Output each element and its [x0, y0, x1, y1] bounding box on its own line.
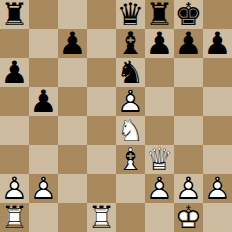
square-h6[interactable] [203, 58, 232, 87]
pawn-outline-glyph: ♙ [29, 174, 58, 203]
square-a4[interactable] [0, 116, 29, 145]
square-a5[interactable] [0, 87, 29, 116]
piece-white-rook[interactable]: ♜♖ [0, 203, 29, 232]
square-c3[interactable] [58, 145, 87, 174]
square-h5[interactable] [203, 87, 232, 116]
square-d1[interactable]: ♜♖ [87, 203, 116, 232]
square-b1[interactable] [29, 203, 58, 232]
square-f1[interactable] [145, 203, 174, 232]
square-e1[interactable] [116, 203, 145, 232]
square-c1[interactable] [58, 203, 87, 232]
square-f7[interactable]: ♟ [145, 29, 174, 58]
square-g5[interactable] [174, 87, 203, 116]
square-g7[interactable]: ♟ [174, 29, 203, 58]
chess-board: ♜♛♜♚♟♝♟♟♟♟♞♟♟♙♞♘♝♗♛♕♟♙♟♙♟♙♟♙♟♙♜♖♜♖♚♔ [0, 0, 232, 232]
king-outline-glyph: ♔ [174, 203, 203, 232]
square-d8[interactable] [87, 0, 116, 29]
square-b4[interactable] [29, 116, 58, 145]
square-c7[interactable]: ♟ [58, 29, 87, 58]
pawn-outline-glyph: ♙ [203, 174, 232, 203]
square-a8[interactable]: ♜ [0, 0, 29, 29]
square-d7[interactable] [87, 29, 116, 58]
piece-black-pawn[interactable]: ♟ [145, 29, 174, 58]
square-c4[interactable] [58, 116, 87, 145]
square-e3[interactable]: ♝♗ [116, 145, 145, 174]
square-b2[interactable]: ♟♙ [29, 174, 58, 203]
square-h2[interactable]: ♟♙ [203, 174, 232, 203]
square-c6[interactable] [58, 58, 87, 87]
square-d4[interactable] [87, 116, 116, 145]
piece-white-pawn[interactable]: ♟♙ [203, 174, 232, 203]
square-g1[interactable]: ♚♔ [174, 203, 203, 232]
square-h1[interactable] [203, 203, 232, 232]
square-d5[interactable] [87, 87, 116, 116]
piece-white-pawn[interactable]: ♟♙ [29, 174, 58, 203]
square-h7[interactable]: ♟ [203, 29, 232, 58]
square-a1[interactable]: ♜♖ [0, 203, 29, 232]
square-h4[interactable] [203, 116, 232, 145]
piece-white-pawn[interactable]: ♟♙ [145, 174, 174, 203]
piece-white-rook[interactable]: ♜♖ [87, 203, 116, 232]
square-a6[interactable]: ♟ [0, 58, 29, 87]
square-e2[interactable] [116, 174, 145, 203]
square-g6[interactable] [174, 58, 203, 87]
piece-white-king[interactable]: ♚♔ [174, 203, 203, 232]
piece-black-pawn[interactable]: ♟ [174, 29, 203, 58]
square-f5[interactable] [145, 87, 174, 116]
square-b7[interactable] [29, 29, 58, 58]
square-b5[interactable]: ♟ [29, 87, 58, 116]
bishop-outline-glyph: ♗ [116, 145, 145, 174]
square-b8[interactable] [29, 0, 58, 29]
piece-white-bishop[interactable]: ♝♗ [116, 145, 145, 174]
rook-outline-glyph: ♖ [0, 203, 29, 232]
square-d3[interactable] [87, 145, 116, 174]
piece-black-pawn[interactable]: ♟ [0, 58, 29, 87]
square-g4[interactable] [174, 116, 203, 145]
piece-black-pawn[interactable]: ♟ [29, 87, 58, 116]
rook-outline-glyph: ♖ [87, 203, 116, 232]
piece-black-pawn[interactable]: ♟ [203, 29, 232, 58]
square-f6[interactable] [145, 58, 174, 87]
square-f2[interactable]: ♟♙ [145, 174, 174, 203]
square-d6[interactable] [87, 58, 116, 87]
pawn-outline-glyph: ♙ [145, 174, 174, 203]
piece-black-pawn[interactable]: ♟ [58, 29, 87, 58]
square-c2[interactable] [58, 174, 87, 203]
square-c5[interactable] [58, 87, 87, 116]
piece-black-rook[interactable]: ♜ [0, 0, 29, 29]
